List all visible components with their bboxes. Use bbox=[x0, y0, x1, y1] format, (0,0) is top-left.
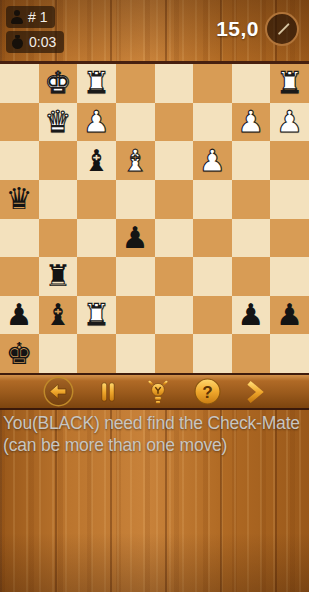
stopwatch-icon bbox=[11, 35, 24, 49]
board-frame: ♚♜♜♛♟♟♟♝♝♟♛♟♜♟♝♜♟♟♚ bbox=[0, 61, 309, 373]
white-pawn: ♟ bbox=[238, 107, 265, 137]
app-screen: # 1 0:03 15,0 ♚♜♜♛♟♟♟♝♝♟♛♟♜♟♝♜♟♟♚ bbox=[0, 0, 309, 592]
square-h4[interactable] bbox=[270, 219, 309, 258]
square-a3[interactable] bbox=[0, 257, 39, 296]
white-queen: ♛ bbox=[44, 107, 71, 137]
square-f7[interactable] bbox=[193, 103, 232, 142]
square-a2[interactable]: ♟ bbox=[0, 296, 39, 335]
square-h2[interactable]: ♟ bbox=[270, 296, 309, 335]
puzzle-instruction: You(BLACK) need find the Check-Mate (can… bbox=[3, 412, 306, 456]
square-g8[interactable] bbox=[232, 64, 271, 103]
square-d4[interactable]: ♟ bbox=[116, 219, 155, 258]
black-king: ♚ bbox=[6, 339, 33, 369]
black-bishop: ♝ bbox=[83, 146, 110, 176]
square-h8[interactable]: ♜ bbox=[270, 64, 309, 103]
white-pawn: ♟ bbox=[83, 107, 110, 137]
square-c3[interactable] bbox=[77, 257, 116, 296]
square-e6[interactable] bbox=[155, 141, 194, 180]
square-e5[interactable] bbox=[155, 180, 194, 219]
square-h7[interactable]: ♟ bbox=[270, 103, 309, 142]
square-d2[interactable] bbox=[116, 296, 155, 335]
square-a7[interactable] bbox=[0, 103, 39, 142]
square-e7[interactable] bbox=[155, 103, 194, 142]
white-rook: ♜ bbox=[83, 300, 110, 330]
toolbar: ? bbox=[0, 373, 309, 410]
square-b3[interactable]: ♜ bbox=[39, 257, 78, 296]
next-button[interactable] bbox=[241, 377, 267, 407]
board: ♚♜♜♛♟♟♟♝♝♟♛♟♜♟♝♜♟♟♚ bbox=[0, 64, 309, 373]
square-f2[interactable] bbox=[193, 296, 232, 335]
square-e2[interactable] bbox=[155, 296, 194, 335]
square-g5[interactable] bbox=[232, 180, 271, 219]
score-area: 15,0 bbox=[216, 12, 299, 46]
square-f4[interactable] bbox=[193, 219, 232, 258]
square-b2[interactable]: ♝ bbox=[39, 296, 78, 335]
white-bishop: ♝ bbox=[122, 146, 149, 176]
square-c5[interactable] bbox=[77, 180, 116, 219]
square-d6[interactable]: ♝ bbox=[116, 141, 155, 180]
white-king: ♚ bbox=[44, 68, 71, 98]
black-pawn: ♟ bbox=[276, 300, 303, 330]
square-b7[interactable]: ♛ bbox=[39, 103, 78, 142]
square-d5[interactable] bbox=[116, 180, 155, 219]
instruction-line-1: You(BLACK) need find the Check-Mate bbox=[3, 412, 306, 434]
puzzle-number-label: # 1 bbox=[28, 9, 47, 25]
black-queen: ♛ bbox=[6, 184, 33, 214]
square-g3[interactable] bbox=[232, 257, 271, 296]
square-c2[interactable]: ♜ bbox=[77, 296, 116, 335]
square-a8[interactable] bbox=[0, 64, 39, 103]
square-a4[interactable] bbox=[0, 219, 39, 258]
question-mark-icon: ? bbox=[192, 376, 223, 407]
square-a5[interactable]: ♛ bbox=[0, 180, 39, 219]
square-f6[interactable]: ♟ bbox=[193, 141, 232, 180]
square-h3[interactable] bbox=[270, 257, 309, 296]
square-a6[interactable] bbox=[0, 141, 39, 180]
square-g7[interactable]: ♟ bbox=[232, 103, 271, 142]
square-b6[interactable] bbox=[39, 141, 78, 180]
square-e3[interactable] bbox=[155, 257, 194, 296]
square-c8[interactable]: ♜ bbox=[77, 64, 116, 103]
help-button[interactable]: ? bbox=[192, 376, 223, 407]
square-b5[interactable] bbox=[39, 180, 78, 219]
square-d7[interactable] bbox=[116, 103, 155, 142]
square-g6[interactable] bbox=[232, 141, 271, 180]
back-button[interactable] bbox=[42, 375, 75, 408]
chevron-right-icon bbox=[241, 377, 267, 407]
question-mark-glyph: ? bbox=[202, 382, 213, 402]
square-b4[interactable] bbox=[39, 219, 78, 258]
square-e4[interactable] bbox=[155, 219, 194, 258]
back-arrow-icon bbox=[42, 375, 75, 408]
square-b8[interactable]: ♚ bbox=[39, 64, 78, 103]
square-e1[interactable] bbox=[155, 334, 194, 373]
black-pawn: ♟ bbox=[6, 300, 33, 330]
hint-button[interactable] bbox=[142, 376, 174, 408]
white-pawn: ♟ bbox=[199, 146, 226, 176]
square-f5[interactable] bbox=[193, 180, 232, 219]
person-icon bbox=[11, 10, 23, 24]
black-rook: ♜ bbox=[44, 261, 71, 291]
instruction-line-2: (can be more than one move) bbox=[3, 434, 306, 456]
square-c4[interactable] bbox=[77, 219, 116, 258]
lightbulb-icon bbox=[142, 376, 174, 408]
black-bishop: ♝ bbox=[44, 300, 71, 330]
timer-badge: 0:03 bbox=[6, 31, 64, 53]
square-d3[interactable] bbox=[116, 257, 155, 296]
white-rook: ♜ bbox=[276, 68, 303, 98]
black-pawn: ♟ bbox=[238, 300, 265, 330]
square-g2[interactable]: ♟ bbox=[232, 296, 271, 335]
square-e8[interactable] bbox=[155, 64, 194, 103]
score-value: 15,0 bbox=[216, 17, 259, 41]
square-g4[interactable] bbox=[232, 219, 271, 258]
white-pawn: ♟ bbox=[276, 107, 303, 137]
square-f3[interactable] bbox=[193, 257, 232, 296]
square-b1[interactable] bbox=[39, 334, 78, 373]
square-f1[interactable] bbox=[193, 334, 232, 373]
square-h1[interactable] bbox=[270, 334, 309, 373]
pause-icon bbox=[93, 377, 123, 407]
square-g1[interactable] bbox=[232, 334, 271, 373]
square-c7[interactable]: ♟ bbox=[77, 103, 116, 142]
square-d8[interactable] bbox=[116, 64, 155, 103]
square-a1[interactable]: ♚ bbox=[0, 334, 39, 373]
clock-dial-icon bbox=[265, 12, 299, 46]
timer-label: 0:03 bbox=[29, 34, 56, 50]
square-f8[interactable] bbox=[193, 64, 232, 103]
square-d1[interactable] bbox=[116, 334, 155, 373]
square-c1[interactable] bbox=[77, 334, 116, 373]
top-bar: # 1 0:03 15,0 bbox=[0, 0, 309, 61]
square-c6[interactable]: ♝ bbox=[77, 141, 116, 180]
square-h6[interactable] bbox=[270, 141, 309, 180]
pause-button[interactable] bbox=[93, 377, 123, 407]
black-pawn: ♟ bbox=[122, 223, 149, 253]
square-h5[interactable] bbox=[270, 180, 309, 219]
puzzle-number-badge: # 1 bbox=[6, 6, 55, 28]
white-rook: ♜ bbox=[83, 68, 110, 98]
